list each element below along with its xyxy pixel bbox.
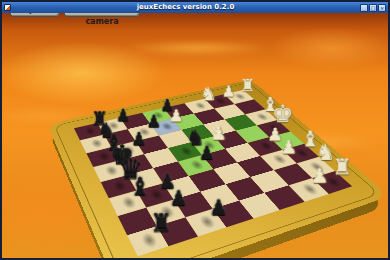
chess-piece-white-king[interactable]: ♚ bbox=[267, 102, 298, 126]
window-icon bbox=[4, 4, 11, 11]
chess-piece-white-pawn[interactable]: ♟ bbox=[272, 139, 306, 157]
close-button[interactable]: × bbox=[378, 4, 386, 12]
title-bar[interactable]: jeuxEchecs version 0.2.0 _ □ × bbox=[2, 2, 388, 13]
maximize-button[interactable]: □ bbox=[369, 4, 377, 12]
window-title: jeuxEchecs version 0.2.0 bbox=[11, 2, 360, 13]
window-controls: _ □ × bbox=[360, 4, 386, 12]
chess-piece-white-pawn[interactable]: ♟ bbox=[301, 167, 338, 187]
chess-piece-black-bishop[interactable]: ♝ bbox=[121, 175, 159, 200]
chess-piece-black-rook[interactable]: ♜ bbox=[141, 211, 183, 237]
chess-piece-black-pawn[interactable]: ♟ bbox=[159, 188, 198, 209]
lava-background: ♜♝♛♚♝♞♜♟♟♟♟♟♟♟♞♟♟♟♞♟♟♟♟♜♞♝♚♝♜ bbox=[2, 13, 388, 258]
app-window: jeuxEchecs version 0.2.0 _ □ × ♜♝♛♚♝♞♜♟♟… bbox=[0, 0, 390, 260]
chess-piece-black-pawn[interactable]: ♟ bbox=[198, 197, 238, 218]
chess-piece-white-knight[interactable]: ♞ bbox=[194, 86, 223, 104]
lava-streak bbox=[122, 41, 272, 55]
minimize-button[interactable]: _ bbox=[360, 4, 368, 12]
chess-piece-black-pawn[interactable]: ♟ bbox=[189, 144, 224, 162]
